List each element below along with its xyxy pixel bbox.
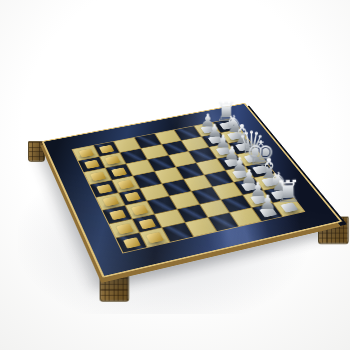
silver-piece-base <box>280 202 298 212</box>
gold-piece-base <box>146 232 164 243</box>
silver-piece-base <box>215 147 231 156</box>
gold-piece-base <box>118 179 134 189</box>
gold-piece-base <box>116 223 133 234</box>
